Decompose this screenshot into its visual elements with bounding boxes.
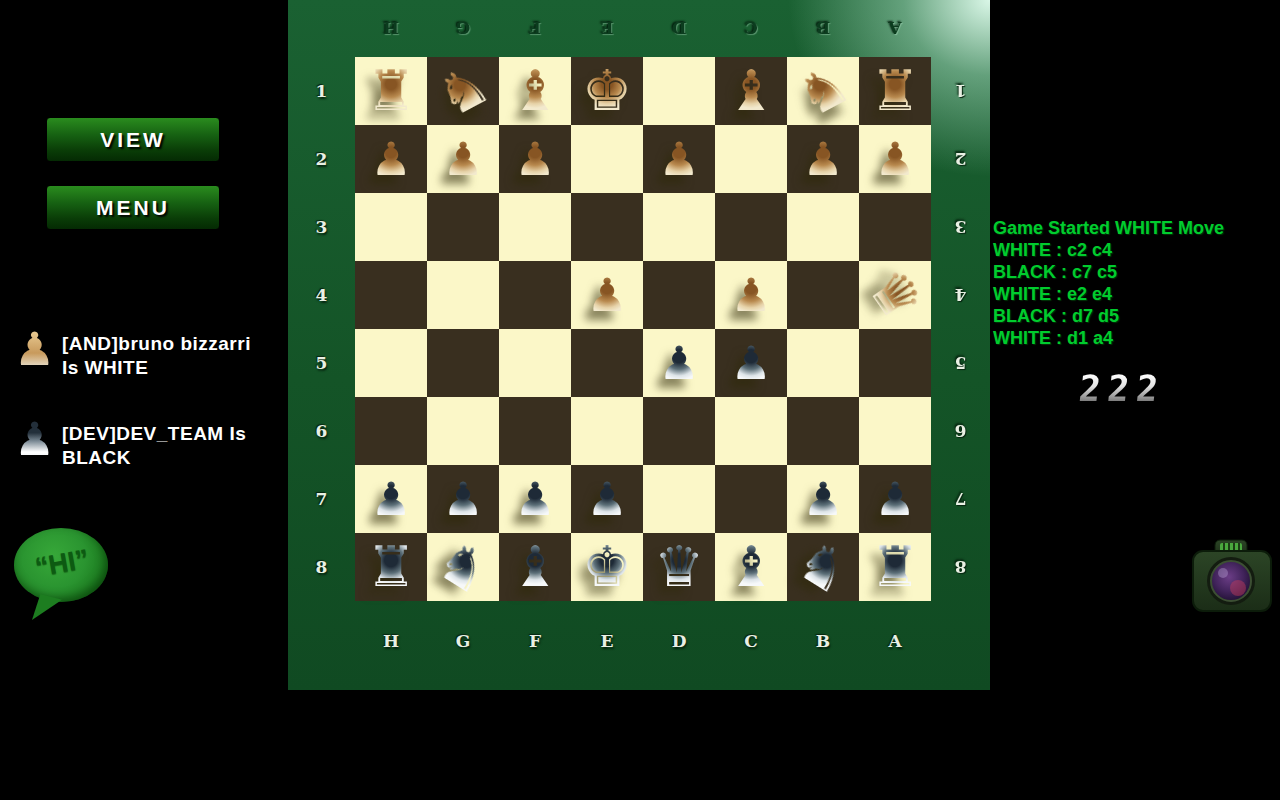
square-a5[interactable] bbox=[859, 329, 931, 397]
square-f8[interactable]: ♝ bbox=[499, 533, 571, 601]
file-labels-top: HGFEDCBA bbox=[355, 0, 931, 57]
rank-label-4: 4 bbox=[931, 261, 990, 329]
square-h8[interactable]: ♜ bbox=[355, 533, 427, 601]
file-label-c: C bbox=[715, 601, 787, 690]
file-label-e: E bbox=[571, 0, 643, 57]
square-d6[interactable] bbox=[643, 397, 715, 465]
black-pawn-icon: ♟ bbox=[14, 410, 54, 470]
file-label-b: B bbox=[787, 0, 859, 57]
rank-label-7: 7 bbox=[931, 465, 990, 533]
rank-label-2: 2 bbox=[931, 125, 990, 193]
file-label-h: H bbox=[355, 601, 427, 690]
file-label-c: C bbox=[715, 0, 787, 57]
move-counter: 222 bbox=[1060, 368, 1184, 409]
rank-label-5: 5 bbox=[288, 329, 355, 397]
move-log: Game Started WHITE Move WHITE : c2 c4 BL… bbox=[993, 217, 1261, 349]
square-e8[interactable]: ♚ bbox=[571, 533, 643, 601]
player-white-info: ♟ [AND]bruno bizzarri Is WHITE bbox=[14, 320, 284, 380]
square-c8[interactable]: ♝ bbox=[715, 533, 787, 601]
square-a6[interactable] bbox=[859, 397, 931, 465]
rank-label-3: 3 bbox=[288, 193, 355, 261]
square-h2[interactable]: ♟ bbox=[355, 125, 427, 193]
rank-label-5: 5 bbox=[931, 329, 990, 397]
square-d8[interactable]: ♛ bbox=[643, 533, 715, 601]
square-b2[interactable]: ♟ bbox=[787, 125, 859, 193]
square-c2[interactable] bbox=[715, 125, 787, 193]
square-f2[interactable]: ♟ bbox=[499, 125, 571, 193]
rank-label-6: 6 bbox=[931, 397, 990, 465]
square-b3[interactable] bbox=[787, 193, 859, 261]
piece-white-rook[interactable]: ♜ bbox=[355, 57, 427, 125]
square-h6[interactable] bbox=[355, 397, 427, 465]
piece-black-pawn[interactable]: ♟ bbox=[571, 465, 643, 533]
file-label-g: G bbox=[427, 0, 499, 57]
rank-label-4: 4 bbox=[288, 261, 355, 329]
piece-white-pawn[interactable]: ♟ bbox=[499, 125, 571, 193]
chat-bubble-text: “HI” bbox=[8, 518, 115, 608]
square-b8[interactable]: ♞ bbox=[787, 533, 859, 601]
piece-black-pawn[interactable]: ♟ bbox=[787, 465, 859, 533]
move-log-line: WHITE : e2 e4 bbox=[993, 283, 1261, 305]
player-black-info: ♟ [DEV]DEV_TEAM Is BLACK bbox=[14, 410, 284, 470]
app-screen: { "game": "chess", "position": { "fen": … bbox=[0, 0, 1280, 800]
piece-white-pawn[interactable]: ♟ bbox=[571, 261, 643, 329]
piece-white-pawn[interactable]: ♟ bbox=[715, 261, 787, 329]
square-g4[interactable] bbox=[427, 261, 499, 329]
square-e4[interactable]: ♟ bbox=[571, 261, 643, 329]
piece-white-bishop[interactable]: ♝ bbox=[499, 57, 571, 125]
file-label-h: H bbox=[355, 0, 427, 57]
piece-black-rook[interactable]: ♜ bbox=[859, 533, 931, 601]
move-log-line: BLACK : d7 d5 bbox=[993, 305, 1261, 327]
square-g5[interactable] bbox=[427, 329, 499, 397]
piece-black-pawn[interactable]: ♟ bbox=[715, 329, 787, 397]
player-white-side: Is WHITE bbox=[62, 356, 251, 380]
piece-white-pawn[interactable]: ♟ bbox=[787, 125, 859, 193]
square-c3[interactable] bbox=[715, 193, 787, 261]
square-h1[interactable]: ♜ bbox=[355, 57, 427, 125]
file-label-g: G bbox=[427, 601, 499, 690]
file-label-f: F bbox=[499, 0, 571, 57]
square-a1[interactable]: ♜ bbox=[859, 57, 931, 125]
rank-label-1: 1 bbox=[931, 57, 990, 125]
piece-black-pawn[interactable]: ♟ bbox=[355, 465, 427, 533]
rank-labels-left: 12345678 bbox=[288, 57, 355, 601]
player-black-name: [DEV]DEV_TEAM Is bbox=[62, 422, 246, 446]
square-c7[interactable] bbox=[715, 465, 787, 533]
square-f4[interactable] bbox=[499, 261, 571, 329]
square-h3[interactable] bbox=[355, 193, 427, 261]
square-f1[interactable]: ♝ bbox=[499, 57, 571, 125]
piece-white-pawn[interactable]: ♟ bbox=[859, 125, 931, 193]
square-d1[interactable] bbox=[643, 57, 715, 125]
piece-black-king[interactable]: ♚ bbox=[571, 533, 643, 601]
piece-white-pawn[interactable]: ♟ bbox=[355, 125, 427, 193]
file-label-a: A bbox=[859, 601, 931, 690]
camera-icon[interactable] bbox=[1190, 534, 1274, 618]
square-c5[interactable]: ♟ bbox=[715, 329, 787, 397]
rank-label-2: 2 bbox=[288, 125, 355, 193]
piece-white-rook[interactable]: ♜ bbox=[859, 57, 931, 125]
player-white-name: [AND]bruno bizzarri bbox=[62, 332, 251, 356]
piece-black-rook[interactable]: ♜ bbox=[355, 533, 427, 601]
square-d5[interactable]: ♟ bbox=[643, 329, 715, 397]
square-e7[interactable]: ♟ bbox=[571, 465, 643, 533]
square-h5[interactable] bbox=[355, 329, 427, 397]
piece-white-king[interactable]: ♚ bbox=[571, 57, 643, 125]
file-labels-bottom: HGFEDCBA bbox=[355, 601, 931, 690]
square-f3[interactable] bbox=[499, 193, 571, 261]
square-d7[interactable] bbox=[643, 465, 715, 533]
square-d2[interactable]: ♟ bbox=[643, 125, 715, 193]
piece-white-knight[interactable]: ♞ bbox=[775, 44, 870, 138]
square-f7[interactable]: ♟ bbox=[499, 465, 571, 533]
piece-black-bishop[interactable]: ♝ bbox=[499, 533, 571, 601]
square-d3[interactable] bbox=[643, 193, 715, 261]
square-e1[interactable]: ♚ bbox=[571, 57, 643, 125]
rank-labels-right: 12345678 bbox=[931, 57, 990, 601]
file-label-b: B bbox=[787, 601, 859, 690]
square-g8[interactable]: ♞ bbox=[427, 533, 499, 601]
board-grid: ♜♞♝♚♝♞♜♟♟♟♟♟♟♟♟♛♟♟♟♟♟♟♟♟♜♞♝♚♛♝♞♜ bbox=[355, 57, 931, 601]
square-g2[interactable]: ♟ bbox=[427, 125, 499, 193]
square-a4[interactable]: ♛ bbox=[859, 261, 931, 329]
file-label-d: D bbox=[643, 0, 715, 57]
chat-bubble-button[interactable]: “HI” bbox=[14, 526, 110, 620]
square-b6[interactable] bbox=[787, 397, 859, 465]
square-b1[interactable]: ♞ bbox=[787, 57, 859, 125]
square-e2[interactable] bbox=[571, 125, 643, 193]
piece-black-pawn[interactable]: ♟ bbox=[859, 465, 931, 533]
piece-black-pawn[interactable]: ♟ bbox=[643, 329, 715, 397]
rank-label-8: 8 bbox=[288, 533, 355, 601]
square-b5[interactable] bbox=[787, 329, 859, 397]
move-log-line: Game Started WHITE Move bbox=[993, 217, 1261, 239]
player-black-side: BLACK bbox=[62, 446, 246, 470]
rank-label-8: 8 bbox=[931, 533, 990, 601]
rank-label-6: 6 bbox=[288, 397, 355, 465]
rank-label-3: 3 bbox=[931, 193, 990, 261]
square-h4[interactable] bbox=[355, 261, 427, 329]
piece-white-knight[interactable]: ♞ bbox=[415, 44, 510, 138]
square-b7[interactable]: ♟ bbox=[787, 465, 859, 533]
move-log-line: WHITE : c2 c4 bbox=[993, 239, 1261, 261]
square-e3[interactable] bbox=[571, 193, 643, 261]
square-f6[interactable] bbox=[499, 397, 571, 465]
square-d4[interactable] bbox=[643, 261, 715, 329]
square-g3[interactable] bbox=[427, 193, 499, 261]
piece-black-pawn[interactable]: ♟ bbox=[427, 465, 499, 533]
square-e6[interactable] bbox=[571, 397, 643, 465]
rank-label-1: 1 bbox=[288, 57, 355, 125]
piece-white-pawn[interactable]: ♟ bbox=[427, 125, 499, 193]
square-g1[interactable]: ♞ bbox=[427, 57, 499, 125]
rank-label-7: 7 bbox=[288, 465, 355, 533]
square-a2[interactable]: ♟ bbox=[859, 125, 931, 193]
square-f5[interactable] bbox=[499, 329, 571, 397]
square-h7[interactable]: ♟ bbox=[355, 465, 427, 533]
square-a7[interactable]: ♟ bbox=[859, 465, 931, 533]
move-log-line: WHITE : d1 a4 bbox=[993, 327, 1261, 349]
piece-white-pawn[interactable]: ♟ bbox=[643, 125, 715, 193]
move-log-line: BLACK : c7 c5 bbox=[993, 261, 1261, 283]
view-button[interactable]: VIEW bbox=[46, 117, 220, 162]
white-pawn-icon: ♟ bbox=[14, 320, 54, 380]
piece-white-bishop[interactable]: ♝ bbox=[715, 57, 787, 125]
file-label-e: E bbox=[571, 601, 643, 690]
square-g7[interactable]: ♟ bbox=[427, 465, 499, 533]
square-g6[interactable] bbox=[427, 397, 499, 465]
square-c6[interactable] bbox=[715, 397, 787, 465]
file-label-f: F bbox=[499, 601, 571, 690]
file-label-d: D bbox=[643, 601, 715, 690]
piece-black-pawn[interactable]: ♟ bbox=[499, 465, 571, 533]
chess-board: ♜♞♝♚♝♞♜♟♟♟♟♟♟♟♟♛♟♟♟♟♟♟♟♟♜♞♝♚♛♝♞♜ HGFEDCB… bbox=[288, 0, 990, 690]
menu-button[interactable]: MENU bbox=[46, 185, 220, 230]
square-c1[interactable]: ♝ bbox=[715, 57, 787, 125]
file-label-a: A bbox=[859, 0, 931, 57]
square-b4[interactable] bbox=[787, 261, 859, 329]
square-a8[interactable]: ♜ bbox=[859, 533, 931, 601]
square-e5[interactable] bbox=[571, 329, 643, 397]
square-c4[interactable]: ♟ bbox=[715, 261, 787, 329]
piece-black-bishop[interactable]: ♝ bbox=[715, 533, 787, 601]
piece-black-queen[interactable]: ♛ bbox=[643, 533, 715, 601]
